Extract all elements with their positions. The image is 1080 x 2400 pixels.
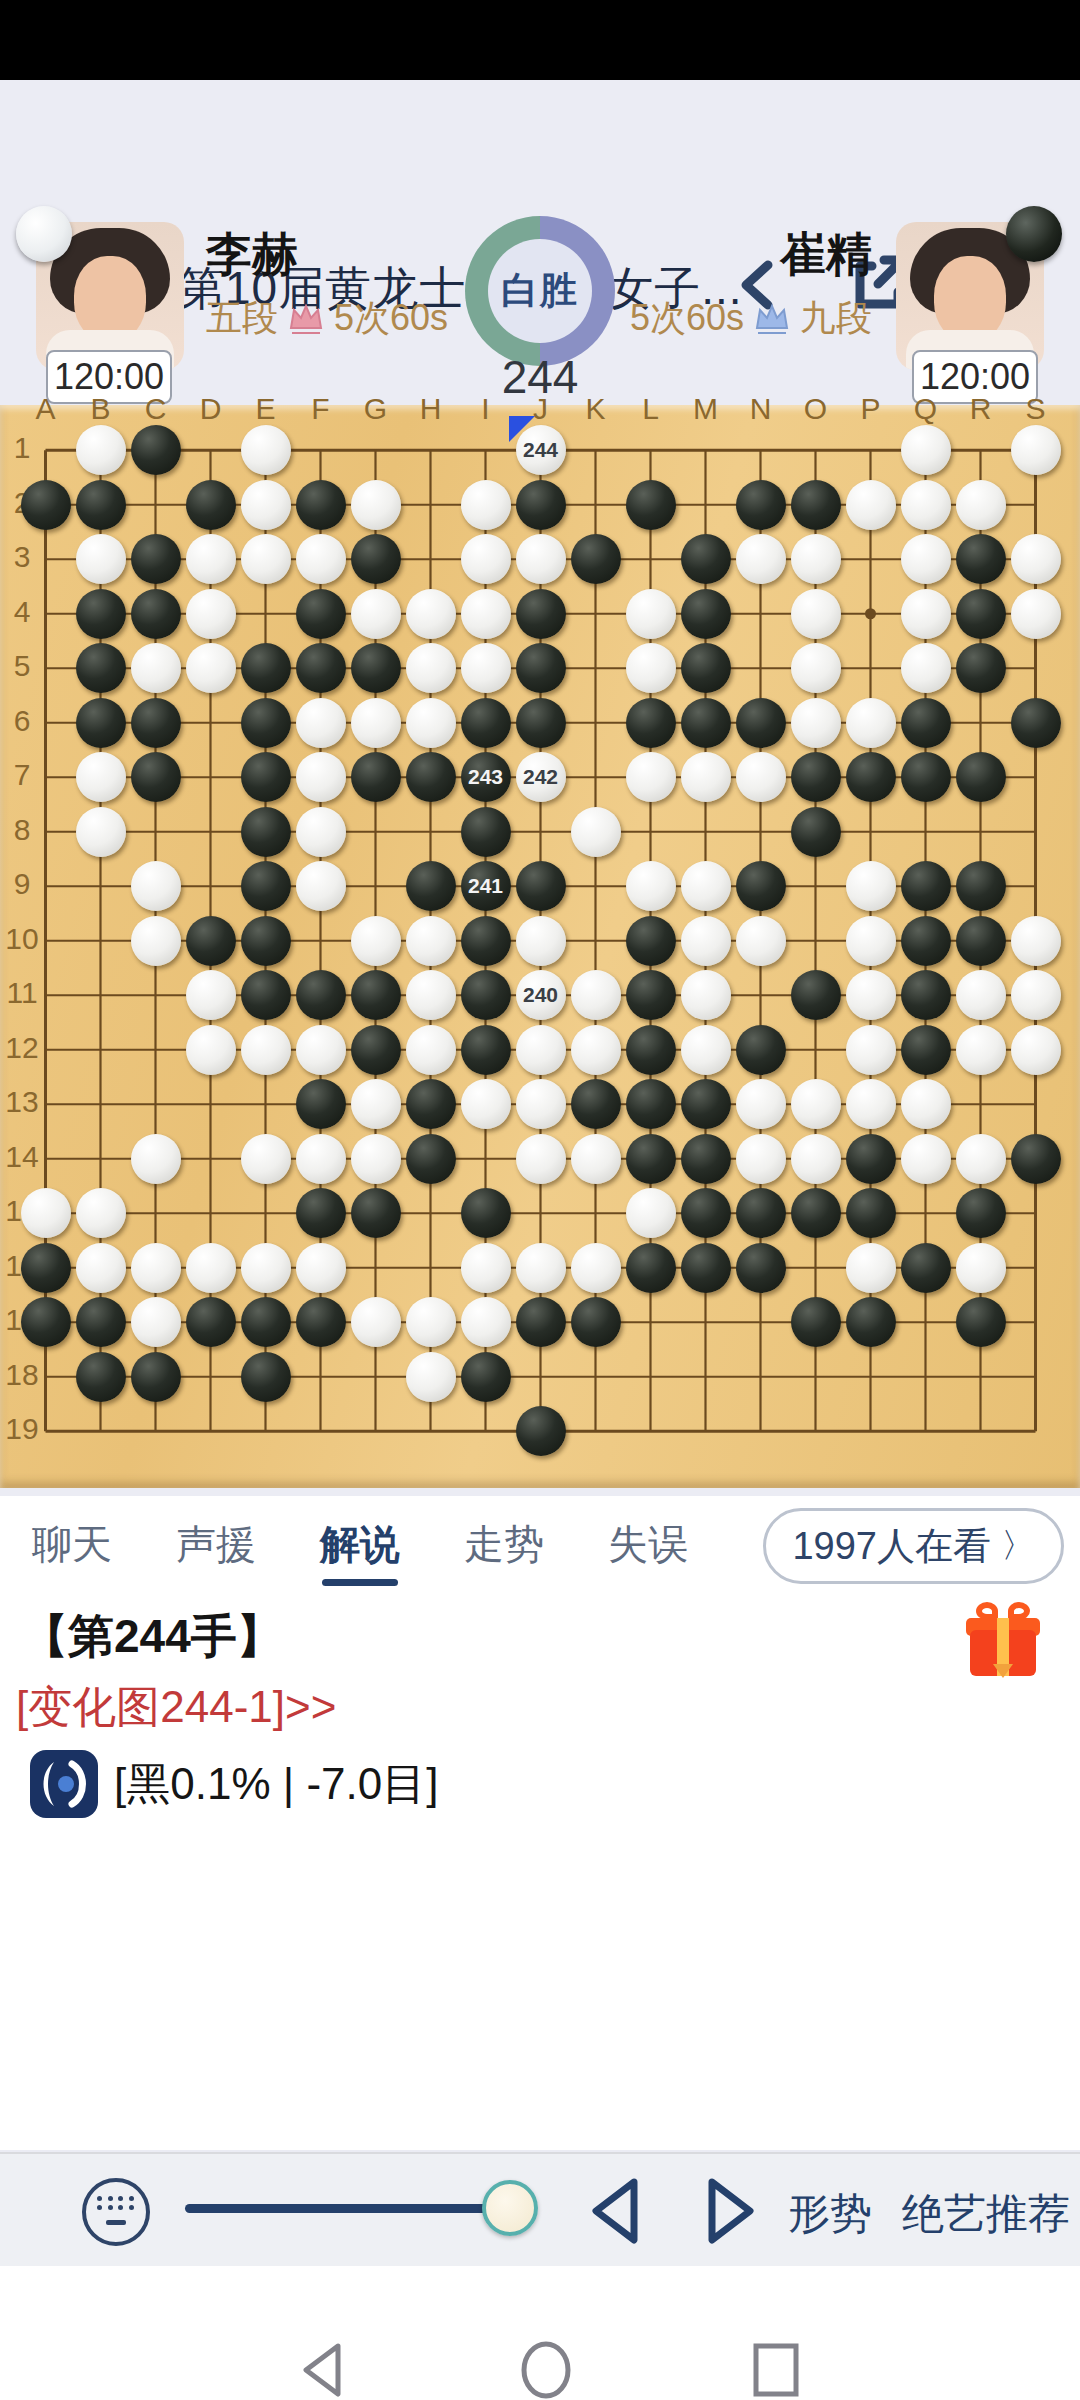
board-cell-G10[interactable] xyxy=(348,914,403,969)
variation-link[interactable]: [变化图244-1]>> xyxy=(16,1678,336,1737)
board-cell-C15[interactable] xyxy=(128,1186,183,1241)
board-cell-B10[interactable] xyxy=(73,914,128,969)
board-cell-K6[interactable] xyxy=(568,696,623,751)
board-cell-B18[interactable] xyxy=(73,1350,128,1405)
board-cell-A2[interactable] xyxy=(18,478,73,533)
board-cell-O10[interactable] xyxy=(788,914,843,969)
board-cell-I5[interactable] xyxy=(458,641,513,696)
board-cell-L19[interactable] xyxy=(623,1404,678,1459)
board-cell-R14[interactable] xyxy=(953,1132,1008,1187)
board-cell-C12[interactable] xyxy=(128,1023,183,1078)
board-cell-G13[interactable] xyxy=(348,1077,403,1132)
board-cell-O3[interactable] xyxy=(788,532,843,587)
board-cell-Q14[interactable] xyxy=(898,1132,953,1187)
board-cell-M6[interactable] xyxy=(678,696,733,751)
board-cell-E12[interactable] xyxy=(238,1023,293,1078)
board-cell-J13[interactable] xyxy=(513,1077,568,1132)
board-cell-I4[interactable] xyxy=(458,587,513,642)
board-cell-O17[interactable] xyxy=(788,1295,843,1350)
board-cell-L12[interactable] xyxy=(623,1023,678,1078)
board-cell-Q19[interactable] xyxy=(898,1404,953,1459)
board-cell-J9[interactable] xyxy=(513,859,568,914)
board-cell-Q8[interactable] xyxy=(898,805,953,860)
board-cell-M16[interactable] xyxy=(678,1241,733,1296)
board-cell-I7[interactable]: 243 xyxy=(458,750,513,805)
board-cell-N2[interactable] xyxy=(733,478,788,533)
move-slider-track[interactable] xyxy=(185,2204,515,2213)
board-cell-E4[interactable] xyxy=(238,587,293,642)
board-cell-P9[interactable] xyxy=(843,859,898,914)
board-cell-L3[interactable] xyxy=(623,532,678,587)
board-cell-J5[interactable] xyxy=(513,641,568,696)
board-cell-K7[interactable] xyxy=(568,750,623,805)
board-cell-D19[interactable] xyxy=(183,1404,238,1459)
board-cell-H2[interactable] xyxy=(403,478,458,533)
board-cell-R13[interactable] xyxy=(953,1077,1008,1132)
board-cell-I15[interactable] xyxy=(458,1186,513,1241)
board-cell-E18[interactable] xyxy=(238,1350,293,1405)
board-cell-B6[interactable] xyxy=(73,696,128,751)
board-cell-K18[interactable] xyxy=(568,1350,623,1405)
board-cell-A16[interactable] xyxy=(18,1241,73,1296)
board-cell-C6[interactable] xyxy=(128,696,183,751)
board-cell-B1[interactable] xyxy=(73,423,128,478)
board-cell-N11[interactable] xyxy=(733,968,788,1023)
board-cell-I18[interactable] xyxy=(458,1350,513,1405)
board-cell-K5[interactable] xyxy=(568,641,623,696)
board-cell-L16[interactable] xyxy=(623,1241,678,1296)
board-cell-H6[interactable] xyxy=(403,696,458,751)
board-cell-F1[interactable] xyxy=(293,423,348,478)
board-cell-F13[interactable] xyxy=(293,1077,348,1132)
board-cell-C5[interactable] xyxy=(128,641,183,696)
board-cell-H11[interactable] xyxy=(403,968,458,1023)
board-cell-C2[interactable] xyxy=(128,478,183,533)
board-cell-D15[interactable] xyxy=(183,1186,238,1241)
board-cell-Q11[interactable] xyxy=(898,968,953,1023)
board-cell-G1[interactable] xyxy=(348,423,403,478)
board-cell-F2[interactable] xyxy=(293,478,348,533)
board-cell-A3[interactable] xyxy=(18,532,73,587)
board-cell-G18[interactable] xyxy=(348,1350,403,1405)
board-cell-J6[interactable] xyxy=(513,696,568,751)
board-cell-G4[interactable] xyxy=(348,587,403,642)
board-cell-P17[interactable] xyxy=(843,1295,898,1350)
board-cell-N5[interactable] xyxy=(733,641,788,696)
board-cell-F9[interactable] xyxy=(293,859,348,914)
board-cell-M15[interactable] xyxy=(678,1186,733,1241)
board-cell-N9[interactable] xyxy=(733,859,788,914)
board-cell-H5[interactable] xyxy=(403,641,458,696)
board-cell-P2[interactable] xyxy=(843,478,898,533)
board-cell-S10[interactable] xyxy=(1008,914,1063,969)
board-cell-O11[interactable] xyxy=(788,968,843,1023)
prev-move-button[interactable] xyxy=(584,2174,646,2248)
board-cell-J1[interactable]: 244 xyxy=(513,423,568,478)
board-cell-I13[interactable] xyxy=(458,1077,513,1132)
board-cell-F19[interactable] xyxy=(293,1404,348,1459)
board-cell-E5[interactable] xyxy=(238,641,293,696)
board-cell-B7[interactable] xyxy=(73,750,128,805)
board-cell-S7[interactable] xyxy=(1008,750,1063,805)
board-cell-N16[interactable] xyxy=(733,1241,788,1296)
board-cell-B19[interactable] xyxy=(73,1404,128,1459)
viewers-pill[interactable]: 1997人在看 〉 xyxy=(763,1508,1064,1584)
board-cell-Q13[interactable] xyxy=(898,1077,953,1132)
board-cell-K16[interactable] xyxy=(568,1241,623,1296)
board-cell-C4[interactable] xyxy=(128,587,183,642)
board-cell-K11[interactable] xyxy=(568,968,623,1023)
board-cell-F10[interactable] xyxy=(293,914,348,969)
board-cell-R5[interactable] xyxy=(953,641,1008,696)
board-cell-S4[interactable] xyxy=(1008,587,1063,642)
board-cell-F14[interactable] xyxy=(293,1132,348,1187)
board-cell-C7[interactable] xyxy=(128,750,183,805)
board-cell-A4[interactable] xyxy=(18,587,73,642)
board-cell-O16[interactable] xyxy=(788,1241,843,1296)
board-cell-J10[interactable] xyxy=(513,914,568,969)
board-cell-Q7[interactable] xyxy=(898,750,953,805)
board-cell-A1[interactable] xyxy=(18,423,73,478)
board-cell-K12[interactable] xyxy=(568,1023,623,1078)
board-cell-Q10[interactable] xyxy=(898,914,953,969)
board-cell-I9[interactable]: 241 xyxy=(458,859,513,914)
board-cell-J19[interactable] xyxy=(513,1404,568,1459)
board-cell-I19[interactable] xyxy=(458,1404,513,1459)
board-cell-N3[interactable] xyxy=(733,532,788,587)
board-cell-N10[interactable] xyxy=(733,914,788,969)
board-cell-Q1[interactable] xyxy=(898,423,953,478)
board-cell-R11[interactable] xyxy=(953,968,1008,1023)
board-cell-B5[interactable] xyxy=(73,641,128,696)
board-cell-D16[interactable] xyxy=(183,1241,238,1296)
board-cell-F6[interactable] xyxy=(293,696,348,751)
board-cell-M17[interactable] xyxy=(678,1295,733,1350)
board-cell-A7[interactable] xyxy=(18,750,73,805)
board-cell-E17[interactable] xyxy=(238,1295,293,1350)
board-cell-F15[interactable] xyxy=(293,1186,348,1241)
board-cell-H18[interactable] xyxy=(403,1350,458,1405)
board-cell-M10[interactable] xyxy=(678,914,733,969)
board-cell-H16[interactable] xyxy=(403,1241,458,1296)
board-cell-L1[interactable] xyxy=(623,423,678,478)
board-cell-P6[interactable] xyxy=(843,696,898,751)
board-cell-B2[interactable] xyxy=(73,478,128,533)
board-cell-L15[interactable] xyxy=(623,1186,678,1241)
board-cell-K4[interactable] xyxy=(568,587,623,642)
board-cell-H13[interactable] xyxy=(403,1077,458,1132)
board-cell-R12[interactable] xyxy=(953,1023,1008,1078)
board-cell-R16[interactable] xyxy=(953,1241,1008,1296)
board-cell-S2[interactable] xyxy=(1008,478,1063,533)
board-cell-N4[interactable] xyxy=(733,587,788,642)
board-cell-B9[interactable] xyxy=(73,859,128,914)
board-cell-M18[interactable] xyxy=(678,1350,733,1405)
board-cell-J18[interactable] xyxy=(513,1350,568,1405)
board-cell-E9[interactable] xyxy=(238,859,293,914)
board-cell-I1[interactable] xyxy=(458,423,513,478)
board-cell-M4[interactable] xyxy=(678,587,733,642)
board-cell-H9[interactable] xyxy=(403,859,458,914)
board-cell-L17[interactable] xyxy=(623,1295,678,1350)
board-cell-J8[interactable] xyxy=(513,805,568,860)
board-cell-P13[interactable] xyxy=(843,1077,898,1132)
board-cell-C19[interactable] xyxy=(128,1404,183,1459)
board-cell-G16[interactable] xyxy=(348,1241,403,1296)
board-cell-O7[interactable] xyxy=(788,750,843,805)
board-cell-A5[interactable] xyxy=(18,641,73,696)
board-cell-P11[interactable] xyxy=(843,968,898,1023)
board-cell-F12[interactable] xyxy=(293,1023,348,1078)
board-cell-L10[interactable] xyxy=(623,914,678,969)
board-cell-H15[interactable] xyxy=(403,1186,458,1241)
board-cell-M5[interactable] xyxy=(678,641,733,696)
board-cell-J11[interactable]: 240 xyxy=(513,968,568,1023)
board-cell-I2[interactable] xyxy=(458,478,513,533)
board-cell-N18[interactable] xyxy=(733,1350,788,1405)
board-cell-C9[interactable] xyxy=(128,859,183,914)
board-cell-R19[interactable] xyxy=(953,1404,1008,1459)
board-cell-E2[interactable] xyxy=(238,478,293,533)
board-cell-E15[interactable] xyxy=(238,1186,293,1241)
board-cell-Q5[interactable] xyxy=(898,641,953,696)
board-cell-C18[interactable] xyxy=(128,1350,183,1405)
board-cell-P7[interactable] xyxy=(843,750,898,805)
board-cell-E14[interactable] xyxy=(238,1132,293,1187)
tab-support[interactable]: 声援 xyxy=(174,1517,258,1572)
board-cell-K8[interactable] xyxy=(568,805,623,860)
board-cell-O18[interactable] xyxy=(788,1350,843,1405)
tab-mistakes[interactable]: 失误 xyxy=(606,1517,690,1572)
board-cell-K14[interactable] xyxy=(568,1132,623,1187)
board-cell-L11[interactable] xyxy=(623,968,678,1023)
board-cell-P8[interactable] xyxy=(843,805,898,860)
board-cell-O12[interactable] xyxy=(788,1023,843,1078)
board-cell-S14[interactable] xyxy=(1008,1132,1063,1187)
board-cell-P18[interactable] xyxy=(843,1350,898,1405)
board-cell-F3[interactable] xyxy=(293,532,348,587)
board-cell-S18[interactable] xyxy=(1008,1350,1063,1405)
board-cell-D4[interactable] xyxy=(183,587,238,642)
board-cell-M12[interactable] xyxy=(678,1023,733,1078)
board-cell-C10[interactable] xyxy=(128,914,183,969)
tab-chat[interactable]: 聊天 xyxy=(30,1517,114,1572)
board-cell-B3[interactable] xyxy=(73,532,128,587)
board-cell-S9[interactable] xyxy=(1008,859,1063,914)
board-cell-D17[interactable] xyxy=(183,1295,238,1350)
board-cell-I14[interactable] xyxy=(458,1132,513,1187)
board-cell-E13[interactable] xyxy=(238,1077,293,1132)
board-cell-R4[interactable] xyxy=(953,587,1008,642)
board-cell-L2[interactable] xyxy=(623,478,678,533)
board-cell-G19[interactable] xyxy=(348,1404,403,1459)
board-cell-A8[interactable] xyxy=(18,805,73,860)
board-cell-G2[interactable] xyxy=(348,478,403,533)
board-cell-O2[interactable] xyxy=(788,478,843,533)
board-cell-B13[interactable] xyxy=(73,1077,128,1132)
board-cell-L4[interactable] xyxy=(623,587,678,642)
board-cell-O13[interactable] xyxy=(788,1077,843,1132)
board-cell-K1[interactable] xyxy=(568,423,623,478)
board-cell-D5[interactable] xyxy=(183,641,238,696)
board-cell-N1[interactable] xyxy=(733,423,788,478)
board-cell-L14[interactable] xyxy=(623,1132,678,1187)
board-cell-F4[interactable] xyxy=(293,587,348,642)
board-cell-H10[interactable] xyxy=(403,914,458,969)
board-cell-N14[interactable] xyxy=(733,1132,788,1187)
board-cell-H4[interactable] xyxy=(403,587,458,642)
board-cell-E1[interactable] xyxy=(238,423,293,478)
board-cell-R9[interactable] xyxy=(953,859,1008,914)
board-cell-J16[interactable] xyxy=(513,1241,568,1296)
board-cell-E7[interactable] xyxy=(238,750,293,805)
board-cell-M19[interactable] xyxy=(678,1404,733,1459)
board-cell-J7[interactable]: 242 xyxy=(513,750,568,805)
board-cell-N17[interactable] xyxy=(733,1295,788,1350)
board-cell-D2[interactable] xyxy=(183,478,238,533)
board-cell-S19[interactable] xyxy=(1008,1404,1063,1459)
board-cell-P16[interactable] xyxy=(843,1241,898,1296)
board-cell-D7[interactable] xyxy=(183,750,238,805)
board-cell-J17[interactable] xyxy=(513,1295,568,1350)
board-cell-H19[interactable] xyxy=(403,1404,458,1459)
board-cell-N19[interactable] xyxy=(733,1404,788,1459)
board-cell-Q3[interactable] xyxy=(898,532,953,587)
board-cell-H3[interactable] xyxy=(403,532,458,587)
board-cell-S1[interactable] xyxy=(1008,423,1063,478)
board-cell-J15[interactable] xyxy=(513,1186,568,1241)
board-cell-R10[interactable] xyxy=(953,914,1008,969)
board-cell-G5[interactable] xyxy=(348,641,403,696)
board-cell-C11[interactable] xyxy=(128,968,183,1023)
board-cell-L6[interactable] xyxy=(623,696,678,751)
board-cell-O19[interactable] xyxy=(788,1404,843,1459)
board-cell-J14[interactable] xyxy=(513,1132,568,1187)
board-cell-B16[interactable] xyxy=(73,1241,128,1296)
board-cell-N8[interactable] xyxy=(733,805,788,860)
board-cell-K15[interactable] xyxy=(568,1186,623,1241)
board-cell-K3[interactable] xyxy=(568,532,623,587)
board-cell-O6[interactable] xyxy=(788,696,843,751)
android-recents-icon[interactable] xyxy=(750,2340,802,2400)
board-cell-O14[interactable] xyxy=(788,1132,843,1187)
board-cell-H14[interactable] xyxy=(403,1132,458,1187)
board-cell-F8[interactable] xyxy=(293,805,348,860)
board-cell-E8[interactable] xyxy=(238,805,293,860)
board-cell-S5[interactable] xyxy=(1008,641,1063,696)
board-cell-H8[interactable] xyxy=(403,805,458,860)
board-cell-G15[interactable] xyxy=(348,1186,403,1241)
board-cell-A10[interactable] xyxy=(18,914,73,969)
board-cell-G14[interactable] xyxy=(348,1132,403,1187)
board-cell-N6[interactable] xyxy=(733,696,788,751)
android-home-icon[interactable] xyxy=(518,2340,574,2400)
board-cell-M13[interactable] xyxy=(678,1077,733,1132)
board-cell-L13[interactable] xyxy=(623,1077,678,1132)
board-cell-G8[interactable] xyxy=(348,805,403,860)
board-cell-B4[interactable] xyxy=(73,587,128,642)
board-cell-J4[interactable] xyxy=(513,587,568,642)
board-cell-I17[interactable] xyxy=(458,1295,513,1350)
board-cell-L5[interactable] xyxy=(623,641,678,696)
board-cell-P4[interactable] xyxy=(843,587,898,642)
board-cell-B14[interactable] xyxy=(73,1132,128,1187)
board-cell-C17[interactable] xyxy=(128,1295,183,1350)
situation-button[interactable]: 形势 xyxy=(788,2186,872,2242)
board-cell-D8[interactable] xyxy=(183,805,238,860)
board-cell-A15[interactable] xyxy=(18,1186,73,1241)
board-cell-Q2[interactable] xyxy=(898,478,953,533)
board-cell-P10[interactable] xyxy=(843,914,898,969)
board-cell-D12[interactable] xyxy=(183,1023,238,1078)
board-cell-C1[interactable] xyxy=(128,423,183,478)
board-cell-L18[interactable] xyxy=(623,1350,678,1405)
board-cell-S6[interactable] xyxy=(1008,696,1063,751)
board-cell-O4[interactable] xyxy=(788,587,843,642)
board-cell-C13[interactable] xyxy=(128,1077,183,1132)
board-cell-F17[interactable] xyxy=(293,1295,348,1350)
board-cell-B8[interactable] xyxy=(73,805,128,860)
board-cell-S11[interactable] xyxy=(1008,968,1063,1023)
board-cell-K10[interactable] xyxy=(568,914,623,969)
board-cell-M7[interactable] xyxy=(678,750,733,805)
tab-commentary[interactable]: 解说 xyxy=(318,1517,402,1572)
board-cell-K19[interactable] xyxy=(568,1404,623,1459)
board-cell-A11[interactable] xyxy=(18,968,73,1023)
next-move-button[interactable] xyxy=(700,2174,762,2248)
board-cell-K17[interactable] xyxy=(568,1295,623,1350)
board-cell-Q16[interactable] xyxy=(898,1241,953,1296)
board-cell-O1[interactable] xyxy=(788,423,843,478)
board-cell-S16[interactable] xyxy=(1008,1241,1063,1296)
board-cell-G11[interactable] xyxy=(348,968,403,1023)
board-cell-B12[interactable] xyxy=(73,1023,128,1078)
board-cell-F11[interactable] xyxy=(293,968,348,1023)
board-cell-P15[interactable] xyxy=(843,1186,898,1241)
board-cell-H17[interactable] xyxy=(403,1295,458,1350)
board-cell-I16[interactable] xyxy=(458,1241,513,1296)
board-cell-E11[interactable] xyxy=(238,968,293,1023)
board-cell-Q15[interactable] xyxy=(898,1186,953,1241)
board-cell-R2[interactable] xyxy=(953,478,1008,533)
board-cell-S3[interactable] xyxy=(1008,532,1063,587)
board-cell-D13[interactable] xyxy=(183,1077,238,1132)
gift-icon[interactable] xyxy=(966,1602,1040,1678)
board-cell-D9[interactable] xyxy=(183,859,238,914)
board-cell-G9[interactable] xyxy=(348,859,403,914)
board-cell-D14[interactable] xyxy=(183,1132,238,1187)
board-cell-J12[interactable] xyxy=(513,1023,568,1078)
board-cell-A19[interactable] xyxy=(18,1404,73,1459)
board-cell-J3[interactable] xyxy=(513,532,568,587)
board-cell-E10[interactable] xyxy=(238,914,293,969)
board-cell-P14[interactable] xyxy=(843,1132,898,1187)
board-cell-M3[interactable] xyxy=(678,532,733,587)
board-cell-S12[interactable] xyxy=(1008,1023,1063,1078)
board-cell-F18[interactable] xyxy=(293,1350,348,1405)
board-cell-A17[interactable] xyxy=(18,1295,73,1350)
board-cell-I12[interactable] xyxy=(458,1023,513,1078)
board-cell-N13[interactable] xyxy=(733,1077,788,1132)
board-cell-P1[interactable] xyxy=(843,423,898,478)
board-cell-O5[interactable] xyxy=(788,641,843,696)
board-cell-R15[interactable] xyxy=(953,1186,1008,1241)
board-cell-N15[interactable] xyxy=(733,1186,788,1241)
board-cell-G6[interactable] xyxy=(348,696,403,751)
board-cell-M9[interactable] xyxy=(678,859,733,914)
board-cell-A13[interactable] xyxy=(18,1077,73,1132)
board-cell-I3[interactable] xyxy=(458,532,513,587)
